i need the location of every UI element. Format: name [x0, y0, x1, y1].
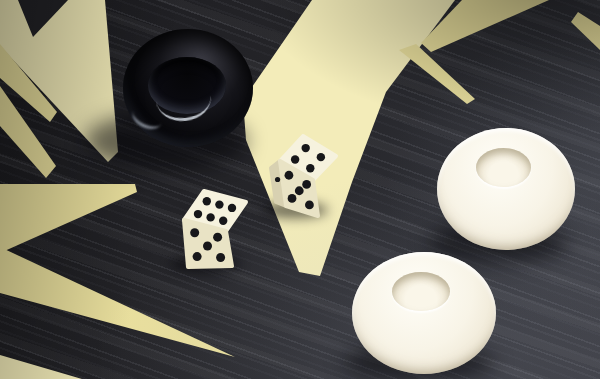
- die-pip: [317, 153, 325, 161]
- point-triangle-right-corner: [571, 12, 600, 50]
- die-pip: [203, 242, 212, 251]
- white-checker-upper[interactable]: [437, 128, 575, 250]
- die-pip: [193, 252, 202, 261]
- die-pip: [206, 213, 214, 221]
- die-pip: [288, 194, 297, 203]
- point-triangle-left-4: [0, 184, 137, 253]
- die-pip: [203, 197, 211, 205]
- die-pip: [305, 201, 314, 210]
- die-pip: [302, 144, 310, 152]
- die-pip: [216, 253, 225, 262]
- die-pip: [215, 200, 223, 208]
- black-checker[interactable]: [123, 29, 253, 147]
- point-triangle-right-spike: [399, 44, 475, 104]
- die-pip: [306, 164, 314, 172]
- die-pip: [302, 180, 311, 189]
- die-pip: [228, 204, 236, 212]
- die-pip: [295, 186, 304, 195]
- die-pip: [190, 228, 199, 237]
- die-pip: [213, 233, 222, 242]
- die-right[interactable]: [268, 134, 338, 220]
- backgammon-board-photo: [0, 0, 600, 379]
- die-pip: [285, 171, 294, 180]
- white-checker-lower[interactable]: [352, 252, 496, 374]
- die-left[interactable]: [176, 186, 248, 270]
- die-pip: [291, 155, 299, 163]
- die-pip: [219, 216, 227, 224]
- die-pip: [194, 210, 202, 218]
- point-triangle-bottom-corner: [0, 355, 82, 379]
- die-pip: [275, 177, 280, 182]
